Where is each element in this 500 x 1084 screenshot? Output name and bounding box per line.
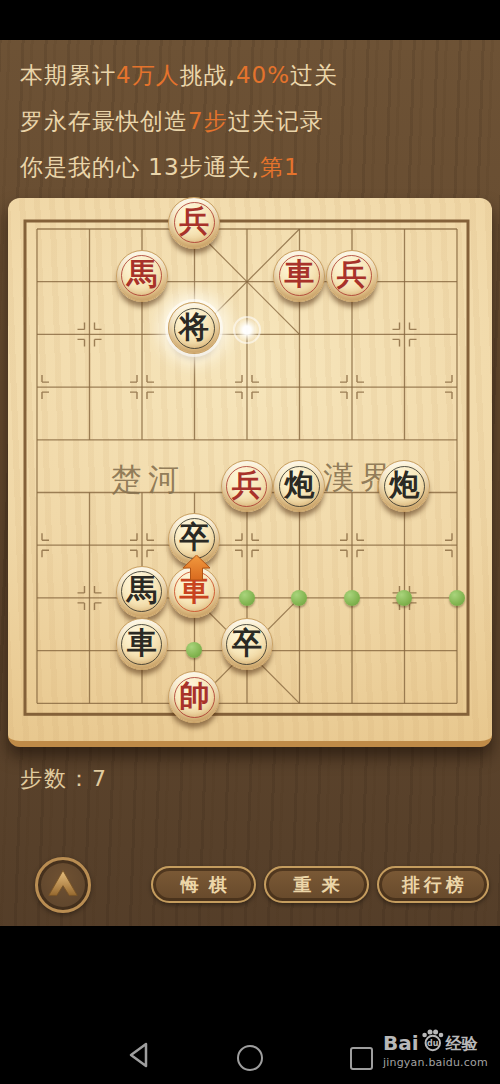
status-bar <box>0 0 500 40</box>
collapse-panel-button[interactable] <box>35 857 91 913</box>
piece-black-horse[interactable]: 馬 <box>116 566 168 618</box>
piece-character: 兵 <box>232 465 262 506</box>
app-background: 本期累计4万人挑战,40%过关罗永存最快创造7步过关记录你是我的心 13步通关,… <box>0 0 500 1084</box>
challenge-info-line: 你是我的心 13步通关,第1 <box>0 144 500 190</box>
piece-black-cannon[interactable]: 炮 <box>273 460 325 512</box>
step-counter-label: 步数： <box>20 766 92 791</box>
piece-red-chariot[interactable]: 車 <box>273 250 325 302</box>
watermark-domain-text: jingyan.baidu.com <box>383 1056 488 1069</box>
piece-red-soldier[interactable]: 兵 <box>221 460 273 512</box>
piece-character: 卒 <box>232 623 262 664</box>
piece-character: 車 <box>284 254 314 295</box>
capture-hint-arrow-icon <box>183 555 210 580</box>
piece-black-soldier[interactable]: 卒 <box>221 618 273 670</box>
restart-button[interactable]: 重来 <box>264 866 369 903</box>
piece-character: 馬 <box>127 254 157 295</box>
move-dot[interactable] <box>239 590 255 606</box>
piece-character: 兵 <box>179 201 209 242</box>
move-dot[interactable] <box>449 590 465 606</box>
svg-text:du: du <box>427 1039 439 1048</box>
chevron-up-icon <box>45 867 81 903</box>
watermark-jingyan-text: 经验 <box>446 1033 478 1054</box>
undo-move-button[interactable]: 悔棋 <box>151 866 256 903</box>
move-dot[interactable] <box>396 590 412 606</box>
step-counter-value: 7 <box>92 766 108 791</box>
nav-recents-icon[interactable] <box>350 1047 373 1070</box>
piece-character: 馬 <box>127 570 157 611</box>
piece-red-soldier[interactable]: 兵 <box>168 197 220 249</box>
step-counter: 步数：7 <box>20 764 108 794</box>
piece-character: 将 <box>179 307 209 348</box>
piece-red-general[interactable]: 帥 <box>168 671 220 723</box>
piece-character: 炮 <box>284 465 314 506</box>
piece-black-cannon[interactable]: 炮 <box>378 460 430 512</box>
piece-character: 帥 <box>179 676 209 717</box>
move-dot[interactable] <box>186 642 202 658</box>
leaderboard-button[interactable]: 排行榜 <box>377 866 489 903</box>
xiangqi-board[interactable]: 兵馬車兵将兵炮炮卒馬車車卒帥 <box>11 203 484 730</box>
challenge-info-line: 罗永存最快创造7步过关记录 <box>0 98 500 144</box>
challenge-info: 本期累计4万人挑战,40%过关罗永存最快创造7步过关记录你是我的心 13步通关,… <box>0 40 500 190</box>
move-dot[interactable] <box>291 590 307 606</box>
android-nav-bar: Bai du 经验 jingyan.baidu.com <box>0 926 500 1084</box>
baidu-paw-icon: du <box>420 1028 445 1056</box>
move-dot[interactable] <box>344 590 360 606</box>
piece-black-chariot[interactable]: 車 <box>116 618 168 670</box>
baidu-jingyan-watermark: Bai du 经验 jingyan.baidu.com <box>383 1030 488 1069</box>
piece-character: 炮 <box>389 465 419 506</box>
piece-character: 車 <box>127 623 157 664</box>
piece-character: 卒 <box>179 517 209 558</box>
piece-red-soldier[interactable]: 兵 <box>326 250 378 302</box>
nav-home-icon[interactable] <box>237 1045 263 1071</box>
challenge-info-line: 本期累计4万人挑战,40%过关 <box>0 52 500 98</box>
watermark-bai-text: Bai <box>383 1032 419 1054</box>
piece-red-horse[interactable]: 馬 <box>116 250 168 302</box>
piece-character: 兵 <box>337 254 367 295</box>
nav-back-icon[interactable] <box>129 1042 149 1072</box>
piece-black-general[interactable]: 将 <box>168 302 220 354</box>
